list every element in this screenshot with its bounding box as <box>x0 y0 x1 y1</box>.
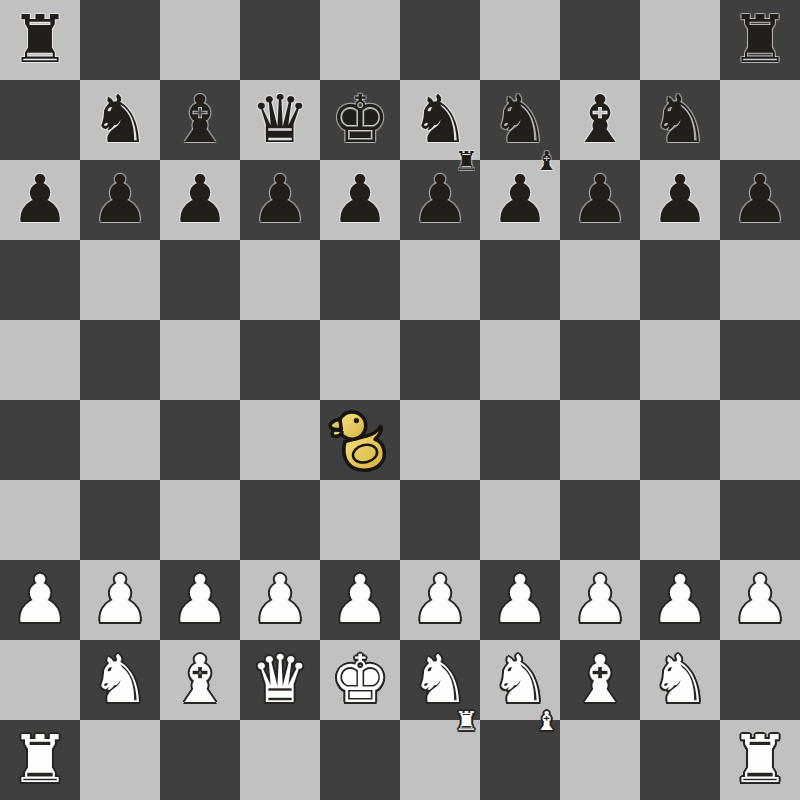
marshal-compound-badge-icon: ♜ <box>455 708 478 734</box>
piece-glyph: ♟ <box>570 561 629 638</box>
square-a3[interactable]: ♟ <box>0 560 80 640</box>
piece-glyph: ♟ <box>330 161 389 238</box>
square-a8[interactable]: ♟ <box>0 160 80 240</box>
square-d4[interactable] <box>240 480 320 560</box>
square-e3[interactable]: ♟ <box>320 560 400 640</box>
piece-glyph: ♟ <box>10 561 69 638</box>
piece-glyph: ♞ <box>650 81 709 158</box>
white-pawn-piece[interactable]: ♟ <box>480 560 560 640</box>
piece-glyph: ♟ <box>90 561 149 638</box>
black-cardinal-piece[interactable]: ♞♝ <box>480 80 560 160</box>
piece-glyph: ♝ <box>170 81 229 158</box>
square-g7[interactable] <box>480 240 560 320</box>
piece-glyph: ♟ <box>90 161 149 238</box>
square-b3[interactable]: ♟ <box>80 560 160 640</box>
piece-glyph: ♞ <box>90 81 149 158</box>
black-knight-piece[interactable]: ♞ <box>640 80 720 160</box>
square-j9[interactable] <box>720 80 800 160</box>
square-b4[interactable] <box>80 480 160 560</box>
square-i6[interactable] <box>640 320 720 400</box>
black-rook-piece[interactable]: ♜ <box>0 0 80 80</box>
square-e4[interactable] <box>320 480 400 560</box>
square-d7[interactable] <box>240 240 320 320</box>
square-i2[interactable]: ♞ <box>640 640 720 720</box>
square-d9[interactable]: ♛ <box>240 80 320 160</box>
square-h8[interactable]: ♟ <box>560 160 640 240</box>
white-cardinal-piece[interactable]: ♞♝ <box>480 640 560 720</box>
piece-glyph: ♟ <box>250 561 309 638</box>
piece-glyph: ♝ <box>570 81 629 158</box>
square-c9[interactable]: ♝ <box>160 80 240 160</box>
white-pawn-piece[interactable]: ♟ <box>0 560 80 640</box>
black-queen-piece[interactable]: ♛ <box>240 80 320 160</box>
piece-glyph: ♛ <box>250 641 309 718</box>
square-b6[interactable] <box>80 320 160 400</box>
piece-glyph: ♟ <box>10 161 69 238</box>
square-h3[interactable]: ♟ <box>560 560 640 640</box>
square-b8[interactable]: ♟ <box>80 160 160 240</box>
square-g2[interactable]: ♞♝ <box>480 640 560 720</box>
square-f4[interactable] <box>400 480 480 560</box>
white-rook-piece[interactable]: ♜ <box>720 720 800 800</box>
square-h10[interactable] <box>560 0 640 80</box>
square-c7[interactable] <box>160 240 240 320</box>
white-knight-piece[interactable]: ♞ <box>640 640 720 720</box>
black-pawn-piece[interactable]: ♟ <box>320 160 400 240</box>
piece-glyph: ♜ <box>10 1 69 78</box>
square-h1[interactable] <box>560 720 640 800</box>
piece-glyph: ♜ <box>10 721 69 798</box>
white-pawn-piece[interactable]: ♟ <box>720 560 800 640</box>
square-g9[interactable]: ♞♝ <box>480 80 560 160</box>
square-i4[interactable] <box>640 480 720 560</box>
square-f3[interactable]: ♟ <box>400 560 480 640</box>
white-bishop-piece[interactable]: ♝ <box>560 640 640 720</box>
white-queen-piece[interactable]: ♛ <box>240 640 320 720</box>
square-d10[interactable] <box>240 0 320 80</box>
white-pawn-piece[interactable]: ♟ <box>80 560 160 640</box>
piece-glyph: ♚ <box>330 641 389 718</box>
square-a6[interactable] <box>0 320 80 400</box>
square-e7[interactable] <box>320 240 400 320</box>
square-b1[interactable] <box>80 720 160 800</box>
cardinal-compound-badge-icon: ♝ <box>535 708 558 734</box>
square-j3[interactable]: ♟ <box>720 560 800 640</box>
piece-glyph: ♟ <box>570 161 629 238</box>
black-knight-piece[interactable]: ♞ <box>80 80 160 160</box>
square-g10[interactable] <box>480 0 560 80</box>
square-h7[interactable] <box>560 240 640 320</box>
square-c3[interactable]: ♟ <box>160 560 240 640</box>
square-g4[interactable] <box>480 480 560 560</box>
square-j8[interactable]: ♟ <box>720 160 800 240</box>
square-g3[interactable]: ♟ <box>480 560 560 640</box>
square-e1[interactable] <box>320 720 400 800</box>
square-j4[interactable] <box>720 480 800 560</box>
square-f7[interactable] <box>400 240 480 320</box>
piece-glyph: ♜ <box>730 721 789 798</box>
square-j5[interactable] <box>720 400 800 480</box>
square-h5[interactable] <box>560 400 640 480</box>
piece-glyph: ♞ <box>90 641 149 718</box>
piece-glyph: ♜ <box>730 1 789 78</box>
square-a5[interactable] <box>0 400 80 480</box>
square-i9[interactable]: ♞ <box>640 80 720 160</box>
white-pawn-piece[interactable]: ♟ <box>640 560 720 640</box>
square-b5[interactable] <box>80 400 160 480</box>
square-j6[interactable] <box>720 320 800 400</box>
square-i8[interactable]: ♟ <box>640 160 720 240</box>
square-c10[interactable] <box>160 0 240 80</box>
black-bishop-piece[interactable]: ♝ <box>560 80 640 160</box>
square-i3[interactable]: ♟ <box>640 560 720 640</box>
square-a10[interactable]: ♜ <box>0 0 80 80</box>
square-f10[interactable] <box>400 0 480 80</box>
square-h9[interactable]: ♝ <box>560 80 640 160</box>
black-pawn-piece[interactable]: ♟ <box>160 160 240 240</box>
black-bishop-piece[interactable]: ♝ <box>160 80 240 160</box>
black-pawn-piece[interactable]: ♟ <box>640 160 720 240</box>
piece-glyph: ♟ <box>730 561 789 638</box>
white-pawn-piece[interactable]: ♟ <box>240 560 320 640</box>
black-pawn-piece[interactable]: ♟ <box>80 160 160 240</box>
white-pawn-piece[interactable]: ♟ <box>320 560 400 640</box>
square-b10[interactable] <box>80 0 160 80</box>
white-pawn-piece[interactable]: ♟ <box>560 560 640 640</box>
duck-icon <box>324 404 396 476</box>
black-pawn-piece[interactable]: ♟ <box>240 160 320 240</box>
square-j10[interactable]: ♜ <box>720 0 800 80</box>
square-a2[interactable] <box>0 640 80 720</box>
black-pawn-piece[interactable]: ♟ <box>720 160 800 240</box>
piece-glyph: ♞ <box>650 641 709 718</box>
white-marshal-piece[interactable]: ♞♜ <box>400 640 480 720</box>
piece-glyph: ♝ <box>170 641 229 718</box>
square-f6[interactable] <box>400 320 480 400</box>
white-rook-piece[interactable]: ♜ <box>0 720 80 800</box>
square-e2[interactable]: ♚ <box>320 640 400 720</box>
square-j1[interactable]: ♜ <box>720 720 800 800</box>
black-king-piece[interactable]: ♚ <box>320 80 400 160</box>
marshal-compound-badge-icon: ♜ <box>455 148 478 174</box>
square-g5[interactable] <box>480 400 560 480</box>
piece-glyph: ♛ <box>250 81 309 158</box>
square-f9[interactable]: ♞♜ <box>400 80 480 160</box>
square-d3[interactable]: ♟ <box>240 560 320 640</box>
square-e9[interactable]: ♚ <box>320 80 400 160</box>
square-b9[interactable]: ♞ <box>80 80 160 160</box>
square-h4[interactable] <box>560 480 640 560</box>
square-d8[interactable]: ♟ <box>240 160 320 240</box>
piece-glyph: ♟ <box>410 561 469 638</box>
piece-glyph: ♟ <box>490 561 549 638</box>
piece-glyph: ♝ <box>570 641 629 718</box>
square-j7[interactable] <box>720 240 800 320</box>
square-h2[interactable]: ♝ <box>560 640 640 720</box>
square-f5[interactable] <box>400 400 480 480</box>
black-rook-piece[interactable]: ♜ <box>720 0 800 80</box>
square-i7[interactable] <box>640 240 720 320</box>
black-pawn-piece[interactable]: ♟ <box>0 160 80 240</box>
square-i10[interactable] <box>640 0 720 80</box>
square-e10[interactable] <box>320 0 400 80</box>
piece-glyph: ♟ <box>330 561 389 638</box>
square-d5[interactable] <box>240 400 320 480</box>
duck-piece[interactable] <box>320 400 400 480</box>
square-e8[interactable]: ♟ <box>320 160 400 240</box>
square-a4[interactable] <box>0 480 80 560</box>
square-c4[interactable] <box>160 480 240 560</box>
square-e5[interactable] <box>320 400 400 480</box>
square-d6[interactable] <box>240 320 320 400</box>
square-d1[interactable] <box>240 720 320 800</box>
square-b2[interactable]: ♞ <box>80 640 160 720</box>
piece-glyph: ♟ <box>650 161 709 238</box>
square-c2[interactable]: ♝ <box>160 640 240 720</box>
black-marshal-piece[interactable]: ♞♜ <box>400 80 480 160</box>
square-h6[interactable] <box>560 320 640 400</box>
black-pawn-piece[interactable]: ♟ <box>560 160 640 240</box>
square-e6[interactable] <box>320 320 400 400</box>
square-c6[interactable] <box>160 320 240 400</box>
square-b7[interactable] <box>80 240 160 320</box>
piece-glyph: ♟ <box>170 561 229 638</box>
white-king-piece[interactable]: ♚ <box>320 640 400 720</box>
square-g6[interactable] <box>480 320 560 400</box>
white-pawn-piece[interactable]: ♟ <box>400 560 480 640</box>
white-pawn-piece[interactable]: ♟ <box>160 560 240 640</box>
square-a7[interactable] <box>0 240 80 320</box>
square-c1[interactable] <box>160 720 240 800</box>
square-d2[interactable]: ♛ <box>240 640 320 720</box>
square-i1[interactable] <box>640 720 720 800</box>
white-bishop-piece[interactable]: ♝ <box>160 640 240 720</box>
square-c5[interactable] <box>160 400 240 480</box>
piece-glyph: ♟ <box>170 161 229 238</box>
square-a1[interactable]: ♜ <box>0 720 80 800</box>
square-i5[interactable] <box>640 400 720 480</box>
square-f2[interactable]: ♞♜ <box>400 640 480 720</box>
grand-chess-board: ♜♜♞♝♛♚♞♜♞♝♝♞♟♟♟♟♟♟♟♟♟♟ ♟♟♟♟♟♟♟♟♟♟♞♝♛♚♞♜♞… <box>0 0 800 800</box>
piece-glyph: ♟ <box>650 561 709 638</box>
piece-glyph: ♟ <box>250 161 309 238</box>
square-a9[interactable] <box>0 80 80 160</box>
square-j2[interactable] <box>720 640 800 720</box>
white-knight-piece[interactable]: ♞ <box>80 640 160 720</box>
piece-glyph: ♚ <box>330 81 389 158</box>
chess-app: ♜♜♞♝♛♚♞♜♞♝♝♞♟♟♟♟♟♟♟♟♟♟ ♟♟♟♟♟♟♟♟♟♟♞♝♛♚♞♜♞… <box>0 0 800 800</box>
square-c8[interactable]: ♟ <box>160 160 240 240</box>
cardinal-compound-badge-icon: ♝ <box>535 148 558 174</box>
piece-glyph: ♟ <box>730 161 789 238</box>
